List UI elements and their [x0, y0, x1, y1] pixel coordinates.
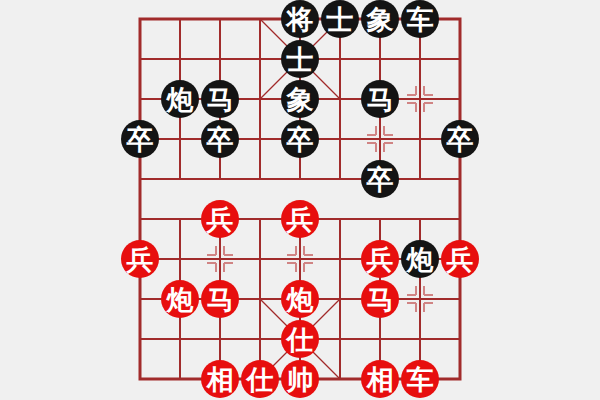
piece-black-pawn[interactable]: 卒 — [121, 120, 159, 158]
piece-black-chariot[interactable]: 车 — [401, 0, 439, 38]
piece-black-advisor[interactable]: 士 — [281, 40, 319, 78]
xiangqi-board[interactable]: 将士象车士炮马象马卒卒卒卒卒兵兵兵兵炮兵炮马炮马仕相仕帅相车 — [0, 0, 600, 400]
piece-red-elephant[interactable]: 相 — [361, 360, 399, 398]
piece-black-cannon[interactable]: 炮 — [401, 240, 439, 278]
piece-red-elephant[interactable]: 相 — [201, 360, 239, 398]
piece-red-chariot[interactable]: 车 — [401, 360, 439, 398]
piece-red-horse[interactable]: 马 — [361, 280, 399, 318]
piece-black-cannon[interactable]: 炮 — [161, 80, 199, 118]
piece-black-pawn[interactable]: 卒 — [441, 120, 479, 158]
piece-red-horse[interactable]: 马 — [201, 280, 239, 318]
piece-black-elephant[interactable]: 象 — [281, 80, 319, 118]
piece-black-pawn[interactable]: 卒 — [281, 120, 319, 158]
piece-black-horse[interactable]: 马 — [201, 80, 239, 118]
piece-red-general[interactable]: 帅 — [281, 360, 319, 398]
piece-red-cannon[interactable]: 炮 — [281, 280, 319, 318]
piece-red-advisor[interactable]: 仕 — [281, 320, 319, 358]
piece-black-elephant[interactable]: 象 — [361, 0, 399, 38]
piece-black-pawn[interactable]: 卒 — [361, 160, 399, 198]
piece-red-pawn[interactable]: 兵 — [121, 240, 159, 278]
app-background: 将士象车士炮马象马卒卒卒卒卒兵兵兵兵炮兵炮马炮马仕相仕帅相车 — [0, 0, 600, 400]
piece-red-cannon[interactable]: 炮 — [161, 280, 199, 318]
piece-red-pawn[interactable]: 兵 — [281, 200, 319, 238]
piece-red-pawn[interactable]: 兵 — [441, 240, 479, 278]
piece-red-advisor[interactable]: 仕 — [241, 360, 279, 398]
piece-red-pawn[interactable]: 兵 — [201, 200, 239, 238]
piece-black-general[interactable]: 将 — [281, 0, 319, 38]
piece-red-pawn[interactable]: 兵 — [361, 240, 399, 278]
piece-black-pawn[interactable]: 卒 — [201, 120, 239, 158]
piece-black-horse[interactable]: 马 — [361, 80, 399, 118]
piece-black-advisor[interactable]: 士 — [321, 0, 359, 38]
pieces-layer: 将士象车士炮马象马卒卒卒卒卒兵兵兵兵炮兵炮马炮马仕相仕帅相车 — [120, 0, 480, 399]
